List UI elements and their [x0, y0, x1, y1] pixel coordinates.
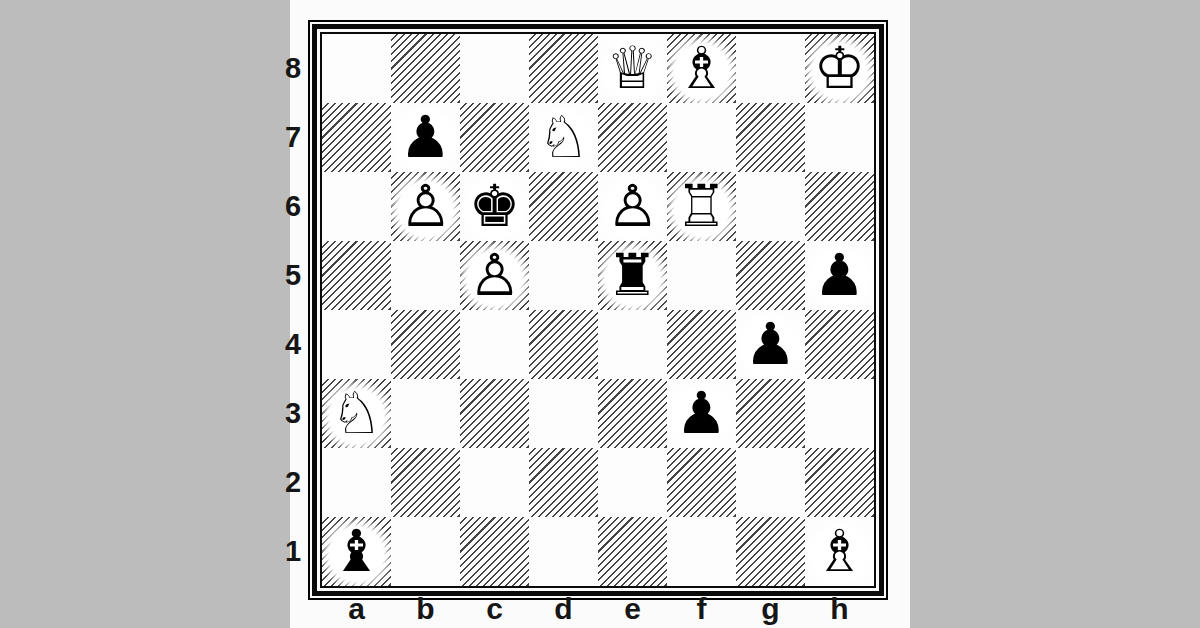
file-label-f: f	[667, 592, 736, 626]
square-g1	[736, 517, 805, 586]
square-f7	[667, 103, 736, 172]
square-e6: ♙	[598, 172, 667, 241]
square-f8: ♗	[667, 34, 736, 103]
square-f4	[667, 310, 736, 379]
square-f3: ♟	[667, 379, 736, 448]
board-frame: ♕♗♔♟♘♙♚♙♖♙♜♟♟♘♟♝♗	[308, 20, 888, 600]
square-e2	[598, 448, 667, 517]
piece-white-pawn-e6: ♙	[598, 172, 667, 241]
square-b6: ♙	[391, 172, 460, 241]
square-g6	[736, 172, 805, 241]
square-h1: ♗	[805, 517, 874, 586]
piece-white-bishop-h1: ♗	[805, 517, 874, 586]
chess-diagram: 87654321 ♕♗♔♟♘♙♚♙♖♙♜♟♟♘♟♝♗ abcdefgh	[0, 0, 1200, 628]
file-label-e: e	[598, 592, 667, 626]
piece-black-pawn-g4: ♟	[736, 310, 805, 379]
piece-white-king-h8: ♔	[805, 34, 874, 103]
square-g3	[736, 379, 805, 448]
square-g4: ♟	[736, 310, 805, 379]
square-b4	[391, 310, 460, 379]
piece-white-knight-a3: ♘	[322, 379, 391, 448]
piece-black-rook-e5: ♜	[598, 241, 667, 310]
square-c3	[460, 379, 529, 448]
file-labels: abcdefgh	[322, 592, 874, 626]
file-label-h: h	[805, 592, 874, 626]
square-e7	[598, 103, 667, 172]
square-h3	[805, 379, 874, 448]
square-f1	[667, 517, 736, 586]
square-c6: ♚	[460, 172, 529, 241]
piece-white-pawn-c5: ♙	[460, 241, 529, 310]
piece-white-pawn-b6: ♙	[391, 172, 460, 241]
square-h4	[805, 310, 874, 379]
piece-white-queen-e8: ♕	[598, 34, 667, 103]
square-d8	[529, 34, 598, 103]
square-d1	[529, 517, 598, 586]
file-label-a: a	[322, 592, 391, 626]
square-a1: ♝	[322, 517, 391, 586]
square-g8	[736, 34, 805, 103]
rank-label-3: 3	[280, 379, 306, 448]
rank-label-6: 6	[280, 172, 306, 241]
piece-black-king-c6: ♚	[460, 172, 529, 241]
piece-black-pawn-f3: ♟	[667, 379, 736, 448]
file-label-b: b	[391, 592, 460, 626]
square-e3	[598, 379, 667, 448]
square-g7	[736, 103, 805, 172]
square-h2	[805, 448, 874, 517]
square-e4	[598, 310, 667, 379]
board-border: ♕♗♔♟♘♙♚♙♖♙♜♟♟♘♟♝♗	[312, 24, 884, 596]
square-d5	[529, 241, 598, 310]
square-c5: ♙	[460, 241, 529, 310]
rank-label-2: 2	[280, 448, 306, 517]
square-d3	[529, 379, 598, 448]
square-g5	[736, 241, 805, 310]
square-a5	[322, 241, 391, 310]
square-e8: ♕	[598, 34, 667, 103]
piece-white-rook-f6: ♖	[667, 172, 736, 241]
rank-label-1: 1	[280, 517, 306, 586]
square-a3: ♘	[322, 379, 391, 448]
file-label-g: g	[736, 592, 805, 626]
rank-labels: 87654321	[280, 34, 306, 586]
rank-label-7: 7	[280, 103, 306, 172]
square-a4	[322, 310, 391, 379]
square-b1	[391, 517, 460, 586]
square-c2	[460, 448, 529, 517]
square-b7: ♟	[391, 103, 460, 172]
piece-white-bishop-f8: ♗	[667, 34, 736, 103]
square-a6	[322, 172, 391, 241]
piece-black-bishop-a1: ♝	[322, 517, 391, 586]
square-b5	[391, 241, 460, 310]
piece-black-pawn-b7: ♟	[391, 103, 460, 172]
square-c1	[460, 517, 529, 586]
rank-label-4: 4	[280, 310, 306, 379]
square-f5	[667, 241, 736, 310]
square-d6	[529, 172, 598, 241]
square-a8	[322, 34, 391, 103]
square-c4	[460, 310, 529, 379]
square-d4	[529, 310, 598, 379]
square-h5: ♟	[805, 241, 874, 310]
board-grid: ♕♗♔♟♘♙♚♙♖♙♜♟♟♘♟♝♗	[320, 32, 876, 588]
square-d2	[529, 448, 598, 517]
square-b2	[391, 448, 460, 517]
square-d7: ♘	[529, 103, 598, 172]
square-a7	[322, 103, 391, 172]
square-f6: ♖	[667, 172, 736, 241]
piece-black-pawn-h5: ♟	[805, 241, 874, 310]
square-h7	[805, 103, 874, 172]
rank-label-8: 8	[280, 34, 306, 103]
square-h8: ♔	[805, 34, 874, 103]
square-e5: ♜	[598, 241, 667, 310]
file-label-d: d	[529, 592, 598, 626]
square-b8	[391, 34, 460, 103]
square-b3	[391, 379, 460, 448]
square-c7	[460, 103, 529, 172]
square-c8	[460, 34, 529, 103]
file-label-c: c	[460, 592, 529, 626]
square-g2	[736, 448, 805, 517]
piece-white-knight-d7: ♘	[529, 103, 598, 172]
rank-label-5: 5	[280, 241, 306, 310]
square-e1	[598, 517, 667, 586]
square-a2	[322, 448, 391, 517]
square-h6	[805, 172, 874, 241]
square-f2	[667, 448, 736, 517]
